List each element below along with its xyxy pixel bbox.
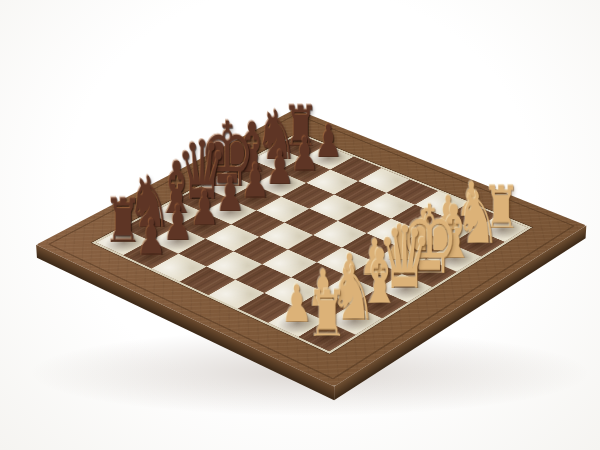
board-frame: ♜♞♝♛♚♝♞♜♟♟♟♟♟♟♟♟♟♟♟♟♟♟♟♟♜♞♝♛♚♝♞♜	[36, 109, 586, 386]
playing-area: ♜♞♝♛♚♝♞♜♟♟♟♟♟♟♟♟♟♟♟♟♟♟♟♟♜♞♝♛♚♝♞♜	[92, 132, 532, 353]
square-d5	[259, 223, 313, 250]
product-photo: ♜♞♝♛♚♝♞♜♟♟♟♟♟♟♟♟♟♟♟♟♟♟♟♟♜♞♝♛♚♝♞♜	[0, 0, 600, 450]
scene: ♜♞♝♛♚♝♞♜♟♟♟♟♟♟♟♟♟♟♟♟♟♟♟♟♜♞♝♛♚♝♞♜	[0, 0, 600, 450]
chess-board: ♜♞♝♛♚♝♞♜♟♟♟♟♟♟♟♟♟♟♟♟♟♟♟♟♜♞♝♛♚♝♞♜	[36, 109, 586, 386]
